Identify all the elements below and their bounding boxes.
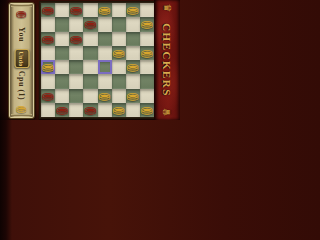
gold-piece[interactable]: ⛂ [42, 60, 55, 74]
square-r3c2[interactable] [69, 46, 83, 60]
player-bottom-icon-slot: ⛂ [9, 100, 34, 116]
square-r4c6[interactable]: ⛂ [126, 60, 140, 74]
square-r2c2[interactable]: ⛂ [69, 32, 83, 46]
square-r1c5[interactable] [112, 17, 126, 31]
square-r7c1[interactable]: ⛂ [55, 103, 69, 117]
gold-piece-icon: ⛂ [16, 102, 27, 115]
square-r0c5[interactable] [112, 3, 126, 17]
red-piece[interactable]: ⛂ [84, 17, 97, 31]
gold-piece[interactable]: ⛂ [127, 88, 140, 102]
square-r6c4[interactable]: ⛂ [98, 89, 112, 103]
square-r6c0[interactable]: ⛂ [41, 89, 55, 103]
gold-piece[interactable]: ⛂ [112, 45, 125, 59]
square-r1c3[interactable]: ⛂ [83, 17, 97, 31]
player-bottom-label: Cpu (1) [17, 70, 26, 100]
crown-icon: ♛ [162, 108, 172, 117]
gold-piece[interactable]: ⛂ [112, 102, 125, 116]
square-r0c6[interactable]: ⛂ [126, 3, 140, 17]
red-piece[interactable]: ⛂ [70, 3, 83, 17]
square-r0c2[interactable]: ⛂ [69, 3, 83, 17]
square-r5c1[interactable] [55, 74, 69, 88]
square-r2c1[interactable] [55, 32, 69, 46]
square-r2c6[interactable] [126, 32, 140, 46]
square-r0c0[interactable]: ⛂ [41, 3, 55, 17]
square-r3c5[interactable]: ⛂ [112, 46, 126, 60]
square-r3c4[interactable] [98, 46, 112, 60]
gold-piece[interactable]: ⛂ [127, 3, 140, 17]
square-r1c1[interactable] [55, 17, 69, 31]
red-piece[interactable]: ⛂ [56, 102, 69, 116]
crown-icon: ♛ [162, 4, 172, 13]
square-r2c0[interactable]: ⛂ [41, 32, 55, 46]
square-r0c1[interactable] [55, 3, 69, 17]
red-piece[interactable]: ⛂ [42, 31, 55, 45]
square-r3c7[interactable]: ⛂ [140, 46, 154, 60]
board-frame: ⛂⛂⛂⛂⛂⛂⛂⛂⛂⛂⛂⛂⛂⛂⛂⛂⛂⛂⛂ [39, 1, 156, 119]
gold-piece[interactable]: ⛂ [98, 88, 111, 102]
player-top-label-slot: You [9, 22, 34, 46]
square-r6c6[interactable]: ⛂ [126, 89, 140, 103]
square-r7c3[interactable]: ⛂ [83, 103, 97, 117]
square-r0c4[interactable]: ⛂ [98, 3, 112, 17]
red-piece[interactable]: ⛂ [42, 3, 55, 17]
title-banner: ♛ CHECKERS ♛ [154, 0, 180, 120]
gold-piece[interactable]: ⛂ [141, 45, 154, 59]
square-r5c5[interactable] [112, 74, 126, 88]
square-r5c3[interactable] [83, 74, 97, 88]
square-r5c7[interactable] [140, 74, 154, 88]
square-r7c5[interactable]: ⛂ [112, 103, 126, 117]
square-r3c1[interactable] [55, 46, 69, 60]
square-r7c0[interactable] [41, 103, 55, 117]
square-r5c2[interactable] [69, 74, 83, 88]
square-r4c7[interactable] [140, 60, 154, 74]
square-r7c6[interactable] [126, 103, 140, 117]
red-piece[interactable]: ⛂ [84, 102, 97, 116]
board[interactable]: ⛂⛂⛂⛂⛂⛂⛂⛂⛂⛂⛂⛂⛂⛂⛂⛂⛂⛂⛂ [41, 3, 154, 117]
square-r4c1[interactable] [55, 60, 69, 74]
square-r4c5[interactable] [112, 60, 126, 74]
gold-piece[interactable]: ⛂ [98, 3, 111, 17]
square-r7c7[interactable]: ⛂ [140, 103, 154, 117]
square-r1c4[interactable] [98, 17, 112, 31]
square-r4c4[interactable] [98, 60, 112, 74]
red-piece[interactable]: ⛂ [42, 88, 55, 102]
red-piece[interactable]: ⛂ [70, 31, 83, 45]
square-r2c4[interactable] [98, 32, 112, 46]
square-r1c7[interactable]: ⛂ [140, 17, 154, 31]
square-r7c2[interactable] [69, 103, 83, 117]
square-r2c3[interactable] [83, 32, 97, 46]
square-r1c6[interactable] [126, 17, 140, 31]
player-top-label: You [17, 27, 26, 42]
undo-button-label: Undo [19, 51, 25, 66]
player-bottom-label-slot: Cpu (1) [9, 70, 34, 100]
square-r4c3[interactable] [83, 60, 97, 74]
game-title: CHECKERS [161, 23, 173, 97]
player-panel: ⛂ You Undo Cpu (1) ⛂ [8, 2, 35, 119]
red-piece-icon: ⛂ [16, 7, 27, 20]
square-r4c2[interactable] [69, 60, 83, 74]
gold-piece[interactable]: ⛂ [127, 60, 140, 74]
undo-button[interactable]: Undo [14, 49, 29, 68]
gold-piece[interactable]: ⛂ [141, 102, 154, 116]
square-r3c3[interactable] [83, 46, 97, 60]
player-top-icon-slot: ⛂ [9, 6, 34, 21]
square-r4c0[interactable]: ⛂ [41, 60, 55, 74]
square-r6c2[interactable] [69, 89, 83, 103]
gold-piece[interactable]: ⛂ [141, 17, 154, 31]
square-r7c4[interactable] [98, 103, 112, 117]
